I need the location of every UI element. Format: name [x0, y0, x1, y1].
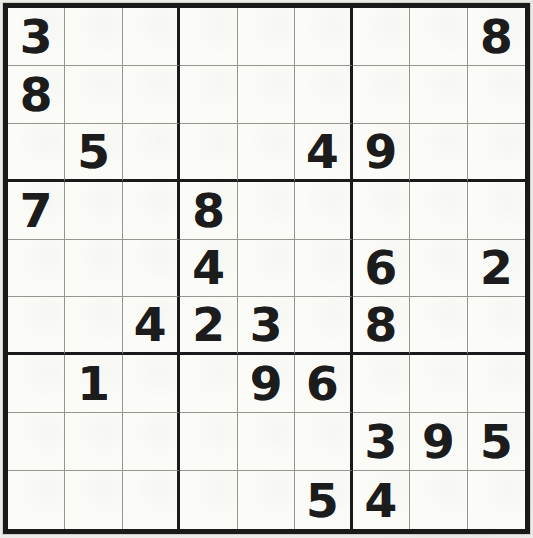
cell-r5c1[interactable] [8, 240, 65, 298]
cell-r6c3: 4 [123, 297, 180, 355]
cell-r7c3[interactable] [123, 355, 180, 413]
sudoku-board: 38854978462423819639554 [3, 3, 530, 534]
cell-r2c3[interactable] [123, 66, 180, 124]
cell-r3c9[interactable] [468, 124, 525, 182]
cell-r7c9[interactable] [468, 355, 525, 413]
cell-r1c3[interactable] [123, 8, 180, 66]
cell-r9c4[interactable] [180, 471, 237, 529]
cell-r7c7[interactable] [353, 355, 410, 413]
cell-r1c5[interactable] [238, 8, 295, 66]
cell-r5c9: 2 [468, 240, 525, 298]
cell-r5c5[interactable] [238, 240, 295, 298]
cell-r1c9: 8 [468, 8, 525, 66]
cell-r6c8[interactable] [410, 297, 467, 355]
cell-r2c9[interactable] [468, 66, 525, 124]
cell-r2c2[interactable] [65, 66, 122, 124]
cell-r2c4[interactable] [180, 66, 237, 124]
cell-r9c2[interactable] [65, 471, 122, 529]
cell-r7c1[interactable] [8, 355, 65, 413]
cell-r1c4[interactable] [180, 8, 237, 66]
cell-r1c2[interactable] [65, 8, 122, 66]
cell-r5c2[interactable] [65, 240, 122, 298]
cell-r8c8: 9 [410, 413, 467, 471]
cell-r7c6: 6 [295, 355, 352, 413]
cell-r9c5[interactable] [238, 471, 295, 529]
cell-r7c5: 9 [238, 355, 295, 413]
cell-r5c4: 4 [180, 240, 237, 298]
cell-r5c3[interactable] [123, 240, 180, 298]
cell-r6c6[interactable] [295, 297, 352, 355]
cell-r3c4[interactable] [180, 124, 237, 182]
cell-r4c9[interactable] [468, 182, 525, 240]
cell-r4c8[interactable] [410, 182, 467, 240]
cell-r6c5: 3 [238, 297, 295, 355]
cell-r6c2[interactable] [65, 297, 122, 355]
cell-r1c7[interactable] [353, 8, 410, 66]
cell-r2c8[interactable] [410, 66, 467, 124]
cell-r3c2: 5 [65, 124, 122, 182]
cell-r4c5[interactable] [238, 182, 295, 240]
cell-r3c8[interactable] [410, 124, 467, 182]
cell-r5c7: 6 [353, 240, 410, 298]
cell-r2c1: 8 [8, 66, 65, 124]
cell-r4c3[interactable] [123, 182, 180, 240]
cell-r2c7[interactable] [353, 66, 410, 124]
cell-r3c7: 9 [353, 124, 410, 182]
scanned-puzzle-page: 38854978462423819639554 [0, 0, 533, 538]
cell-r1c6[interactable] [295, 8, 352, 66]
cell-r4c2[interactable] [65, 182, 122, 240]
cell-r7c2: 1 [65, 355, 122, 413]
cell-r8c1[interactable] [8, 413, 65, 471]
cell-r6c4: 2 [180, 297, 237, 355]
cell-r8c2[interactable] [65, 413, 122, 471]
cell-r9c7: 4 [353, 471, 410, 529]
cell-r8c7: 3 [353, 413, 410, 471]
cell-r5c8[interactable] [410, 240, 467, 298]
cell-r4c7[interactable] [353, 182, 410, 240]
cell-r6c1[interactable] [8, 297, 65, 355]
cell-r1c8[interactable] [410, 8, 467, 66]
cell-r2c6[interactable] [295, 66, 352, 124]
cell-r9c9[interactable] [468, 471, 525, 529]
cell-r9c6: 5 [295, 471, 352, 529]
cell-r8c4[interactable] [180, 413, 237, 471]
cell-r4c4: 8 [180, 182, 237, 240]
cell-r7c4[interactable] [180, 355, 237, 413]
cell-r6c9[interactable] [468, 297, 525, 355]
cell-r3c3[interactable] [123, 124, 180, 182]
cell-r3c5[interactable] [238, 124, 295, 182]
cell-r6c7: 8 [353, 297, 410, 355]
cell-r9c3[interactable] [123, 471, 180, 529]
cell-r9c8[interactable] [410, 471, 467, 529]
cell-r4c6[interactable] [295, 182, 352, 240]
cell-r8c9: 5 [468, 413, 525, 471]
cell-r8c6[interactable] [295, 413, 352, 471]
cell-r2c5[interactable] [238, 66, 295, 124]
cell-r3c6: 4 [295, 124, 352, 182]
cell-r3c1[interactable] [8, 124, 65, 182]
cell-r9c1[interactable] [8, 471, 65, 529]
cell-r7c8[interactable] [410, 355, 467, 413]
cell-r8c3[interactable] [123, 413, 180, 471]
cell-r8c5[interactable] [238, 413, 295, 471]
cell-r5c6[interactable] [295, 240, 352, 298]
cell-r1c1: 3 [8, 8, 65, 66]
cell-r4c1: 7 [8, 182, 65, 240]
